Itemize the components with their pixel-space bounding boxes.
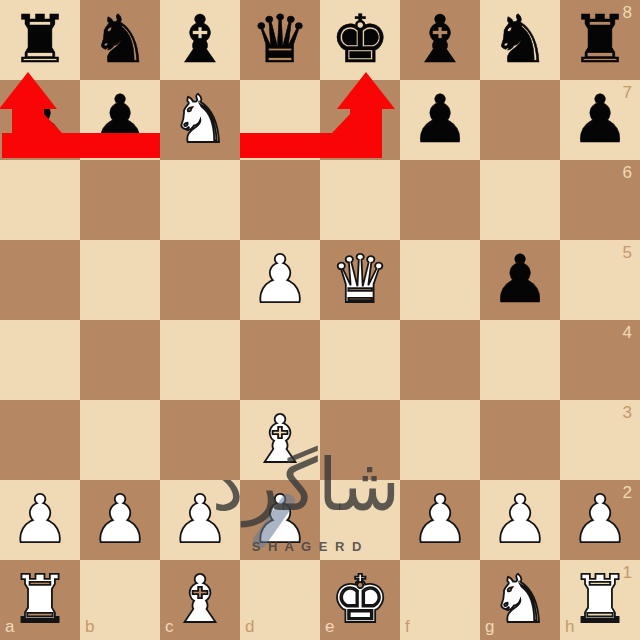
black-pawn: ♟ <box>490 240 549 320</box>
black-rook: ♜ <box>570 0 629 80</box>
white-bishop: ♝ <box>170 560 229 640</box>
square-d1[interactable] <box>240 560 320 640</box>
white-king: ♚ <box>330 560 389 640</box>
white-pawn: ♟ <box>250 240 309 320</box>
square-b4[interactable] <box>80 320 160 400</box>
square-b3[interactable] <box>80 400 160 480</box>
black-bishop: ♝ <box>170 0 229 80</box>
square-a3[interactable] <box>0 400 80 480</box>
square-c7-overlay[interactable]: ♞ <box>160 80 240 160</box>
square-c3[interactable] <box>160 400 240 480</box>
square-e6[interactable] <box>320 160 400 240</box>
square-e8[interactable]: ♚ <box>320 0 400 80</box>
white-knight: ♞ <box>170 80 229 160</box>
chess-board: ♜♞♝♛♚♝♞♜♟♟♞♟♟♟♛♟♝♟♟♟♟♟♟♟♜♝♚♞♜ ♞ شاگرد S … <box>0 0 640 640</box>
square-a5[interactable] <box>0 240 80 320</box>
square-a7[interactable]: ♟ <box>0 80 80 160</box>
square-f8[interactable]: ♝ <box>400 0 480 80</box>
white-rook: ♜ <box>570 560 629 640</box>
square-g3[interactable] <box>480 400 560 480</box>
square-h8[interactable]: ♜ <box>560 0 640 80</box>
square-h6[interactable] <box>560 160 640 240</box>
white-knight: ♞ <box>490 560 549 640</box>
square-h7[interactable]: ♟ <box>560 80 640 160</box>
white-rook: ♜ <box>10 560 69 640</box>
white-pawn: ♟ <box>490 480 549 560</box>
square-f6[interactable] <box>400 160 480 240</box>
square-a2[interactable]: ♟ <box>0 480 80 560</box>
black-bishop: ♝ <box>410 0 469 80</box>
square-c8[interactable]: ♝ <box>160 0 240 80</box>
black-king: ♚ <box>330 0 389 80</box>
square-f3[interactable] <box>400 400 480 480</box>
square-b5[interactable] <box>80 240 160 320</box>
square-g4[interactable] <box>480 320 560 400</box>
black-knight: ♞ <box>490 0 549 80</box>
square-b1[interactable] <box>80 560 160 640</box>
square-g1[interactable]: ♞ <box>480 560 560 640</box>
square-d7[interactable] <box>240 80 320 160</box>
square-f2[interactable]: ♟ <box>400 480 480 560</box>
white-pawn: ♟ <box>170 480 229 560</box>
square-d4[interactable] <box>240 320 320 400</box>
white-pawn: ♟ <box>250 480 309 560</box>
square-g2[interactable]: ♟ <box>480 480 560 560</box>
square-g7[interactable] <box>480 80 560 160</box>
square-d3[interactable]: ♝ <box>240 400 320 480</box>
square-c2[interactable]: ♟ <box>160 480 240 560</box>
square-f4[interactable] <box>400 320 480 400</box>
black-knight: ♞ <box>90 0 149 80</box>
square-c6[interactable] <box>160 160 240 240</box>
black-pawn: ♟ <box>10 80 69 160</box>
square-h2[interactable]: ♟ <box>560 480 640 560</box>
square-c4[interactable] <box>160 320 240 400</box>
square-f5[interactable] <box>400 240 480 320</box>
square-h5[interactable] <box>560 240 640 320</box>
square-d2[interactable]: ♟ <box>240 480 320 560</box>
board-squares: ♜♞♝♛♚♝♞♜♟♟♞♟♟♟♛♟♝♟♟♟♟♟♟♟♜♝♚♞♜ <box>0 0 640 640</box>
black-pawn: ♟ <box>410 80 469 160</box>
square-e3[interactable] <box>320 400 400 480</box>
white-pawn: ♟ <box>410 480 469 560</box>
square-g6[interactable] <box>480 160 560 240</box>
square-g5[interactable]: ♟ <box>480 240 560 320</box>
square-a4[interactable] <box>0 320 80 400</box>
black-pawn: ♟ <box>570 80 629 160</box>
square-c1[interactable]: ♝ <box>160 560 240 640</box>
square-f7[interactable]: ♟ <box>400 80 480 160</box>
black-pawn: ♟ <box>90 80 149 160</box>
square-c5[interactable] <box>160 240 240 320</box>
square-e7[interactable] <box>320 80 400 160</box>
square-a6[interactable] <box>0 160 80 240</box>
square-h3[interactable] <box>560 400 640 480</box>
square-f1[interactable] <box>400 560 480 640</box>
square-h1[interactable]: ♜ <box>560 560 640 640</box>
black-queen: ♛ <box>250 0 309 80</box>
square-a8[interactable]: ♜ <box>0 0 80 80</box>
black-rook: ♜ <box>10 0 69 80</box>
square-d5[interactable]: ♟ <box>240 240 320 320</box>
square-b8[interactable]: ♞ <box>80 0 160 80</box>
square-a1[interactable]: ♜ <box>0 560 80 640</box>
white-pawn: ♟ <box>90 480 149 560</box>
square-e5[interactable]: ♛ <box>320 240 400 320</box>
square-b7[interactable]: ♟ <box>80 80 160 160</box>
square-b2[interactable]: ♟ <box>80 480 160 560</box>
white-pawn: ♟ <box>10 480 69 560</box>
square-h4[interactable] <box>560 320 640 400</box>
white-bishop: ♝ <box>250 400 309 480</box>
square-b6[interactable] <box>80 160 160 240</box>
square-d8[interactable]: ♛ <box>240 0 320 80</box>
square-e2[interactable] <box>320 480 400 560</box>
square-g8[interactable]: ♞ <box>480 0 560 80</box>
square-e4[interactable] <box>320 320 400 400</box>
square-d6[interactable] <box>240 160 320 240</box>
white-pawn: ♟ <box>570 480 629 560</box>
white-queen: ♛ <box>330 240 389 320</box>
square-e1[interactable]: ♚ <box>320 560 400 640</box>
